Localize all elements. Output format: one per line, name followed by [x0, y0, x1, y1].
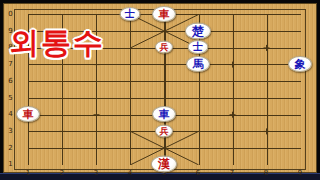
piece-han-cha-chariot[interactable]: 車: [16, 106, 40, 122]
board-cell: [96, 115, 130, 132]
board-cell: [62, 98, 96, 115]
file-label: 6: [193, 169, 204, 177]
board-cell: [96, 81, 130, 98]
board-cell: [62, 81, 96, 98]
board-cell: [267, 14, 301, 31]
piece-cho-ma-horse[interactable]: 馬: [186, 56, 210, 72]
file-label: 7: [227, 169, 238, 177]
file-label: 1: [23, 169, 34, 177]
board-cell: [28, 131, 62, 148]
piece-han-cha-chariot[interactable]: 車: [152, 6, 176, 22]
board-cell: [267, 31, 301, 48]
rank-label: 6: [6, 77, 15, 85]
board-cell: [233, 14, 267, 31]
board-cell: [233, 81, 267, 98]
board-cell: [233, 98, 267, 115]
board-cell: [62, 131, 96, 148]
rank-label: 3: [6, 127, 15, 135]
board-cell: [28, 81, 62, 98]
board-cell: [62, 64, 96, 81]
board-cell: [62, 148, 96, 165]
rank-label: 5: [6, 94, 15, 102]
board-cell: [199, 98, 233, 115]
file-label: 9: [295, 169, 306, 177]
board-cell: [267, 148, 301, 165]
board-cell: [233, 115, 267, 132]
board-cell: [233, 148, 267, 165]
board-cell: [165, 81, 199, 98]
board-cell: [199, 148, 233, 165]
board-cell: [28, 64, 62, 81]
board-cell: [199, 115, 233, 132]
piece-han-byeong-soldier[interactable]: 兵: [155, 41, 173, 54]
board-cell: [62, 115, 96, 132]
board-cell: [96, 131, 130, 148]
board-cell: [199, 81, 233, 98]
piece-cho-sang-elephant[interactable]: 象: [288, 56, 312, 72]
board-cell: [267, 115, 301, 132]
board-cell: [130, 64, 164, 81]
board-cell: [233, 31, 267, 48]
file-label: 3: [91, 169, 102, 177]
piece-cho-sa-guard[interactable]: 士: [188, 40, 209, 54]
piece-cho-cho-general[interactable]: 楚: [185, 22, 211, 39]
rank-label: 4: [6, 110, 15, 118]
board-cell: [267, 131, 301, 148]
title-text: 외통수: [9, 23, 105, 64]
file-label: 2: [57, 169, 68, 177]
board-cell: [96, 98, 130, 115]
file-label: 4: [125, 169, 136, 177]
rank-label: 0: [6, 10, 15, 18]
board-cell: [233, 131, 267, 148]
board-cell: [233, 64, 267, 81]
board-cell: [267, 98, 301, 115]
board-cell: [267, 81, 301, 98]
piece-han-byeong-soldier[interactable]: 兵: [155, 124, 173, 137]
board-cell: [96, 148, 130, 165]
piece-han-han-general[interactable]: 漢: [151, 156, 177, 173]
piece-cho-cha-chariot[interactable]: 車: [152, 106, 176, 122]
board-cell: [233, 48, 267, 65]
file-label: 8: [261, 169, 272, 177]
piece-cho-sa-guard[interactable]: 士: [120, 7, 141, 21]
rank-label: 2: [6, 144, 15, 152]
board-cell: [130, 81, 164, 98]
rank-label: 1: [6, 160, 15, 168]
board-cell: [96, 64, 130, 81]
janggi-board: 0987654321 123456789 士車楚兵士馬象車車兵漢 외통수: [3, 3, 317, 173]
board-cell: [28, 148, 62, 165]
board-cell: [199, 131, 233, 148]
